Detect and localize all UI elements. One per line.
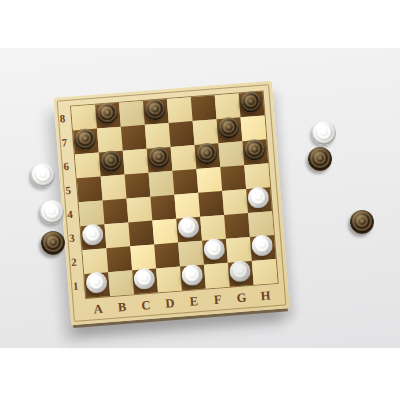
checker-dark[interactable] <box>217 116 240 139</box>
square-c5[interactable] <box>125 173 151 199</box>
square-h3[interactable] <box>248 211 274 237</box>
square-b6[interactable] <box>99 151 125 177</box>
square-a7[interactable] <box>73 129 99 155</box>
square-b1[interactable] <box>108 270 134 296</box>
rank-label-1: 1 <box>67 273 84 298</box>
tray-checker-white[interactable] <box>31 163 55 187</box>
square-f2[interactable] <box>202 239 228 265</box>
square-e3[interactable] <box>176 217 202 243</box>
file-label-b: B <box>109 295 135 319</box>
file-label-c: C <box>133 293 159 317</box>
tray-checker-white[interactable] <box>40 200 64 224</box>
checker-dark[interactable] <box>100 150 123 173</box>
tray-checker-white[interactable] <box>312 121 336 145</box>
rank-label-3: 3 <box>64 225 81 250</box>
rank-label-8: 8 <box>54 106 71 131</box>
square-a6[interactable] <box>75 153 101 179</box>
square-e5[interactable] <box>172 169 198 195</box>
product-photo: 87654321 ABCDEFGH <box>0 0 400 400</box>
file-label-h: H <box>253 284 279 308</box>
square-g8[interactable] <box>215 93 241 119</box>
square-f3[interactable] <box>200 215 226 241</box>
square-f7[interactable] <box>193 119 219 145</box>
square-f6[interactable] <box>195 143 221 169</box>
checker-dark[interactable] <box>74 128 97 151</box>
square-a2[interactable] <box>82 248 108 274</box>
square-f5[interactable] <box>196 167 222 193</box>
checker-dark[interactable] <box>148 146 171 169</box>
rank-label-4: 4 <box>62 201 79 226</box>
square-c1[interactable] <box>132 268 158 294</box>
square-h7[interactable] <box>240 115 266 141</box>
file-label-d: D <box>157 292 183 316</box>
square-d5[interactable] <box>149 171 175 197</box>
file-label-e: E <box>181 290 207 314</box>
rank-label-7: 7 <box>56 130 73 155</box>
square-b3[interactable] <box>104 222 130 248</box>
square-d4[interactable] <box>150 195 176 221</box>
checker-dark[interactable] <box>243 139 266 162</box>
square-d6[interactable] <box>147 147 173 173</box>
square-a8[interactable] <box>71 105 97 131</box>
square-d8[interactable] <box>143 99 169 125</box>
square-f4[interactable] <box>198 191 224 217</box>
square-b7[interactable] <box>97 127 123 153</box>
square-d3[interactable] <box>152 219 178 245</box>
square-g2[interactable] <box>226 237 252 263</box>
square-h2[interactable] <box>250 235 276 261</box>
square-c8[interactable] <box>119 101 145 127</box>
square-h8[interactable] <box>239 92 265 118</box>
checker-dark[interactable] <box>96 102 119 125</box>
square-b8[interactable] <box>95 103 121 129</box>
checker-white[interactable] <box>181 264 204 287</box>
square-b4[interactable] <box>103 199 129 225</box>
tray-checker-dark[interactable] <box>41 231 65 255</box>
square-e7[interactable] <box>169 121 195 147</box>
rank-label-5: 5 <box>60 178 77 203</box>
square-d2[interactable] <box>154 243 180 269</box>
checker-white[interactable] <box>247 186 270 209</box>
checker-white[interactable] <box>85 271 108 294</box>
file-label-f: F <box>205 288 231 312</box>
square-h1[interactable] <box>252 259 278 285</box>
square-a4[interactable] <box>79 200 105 226</box>
square-c6[interactable] <box>123 149 149 175</box>
square-h6[interactable] <box>242 139 268 165</box>
square-h5[interactable] <box>244 163 270 189</box>
tray-checker-dark[interactable] <box>350 210 374 234</box>
checker-dark[interactable] <box>144 98 167 121</box>
square-e8[interactable] <box>167 97 193 123</box>
square-e2[interactable] <box>178 241 204 267</box>
square-g3[interactable] <box>224 213 250 239</box>
square-a5[interactable] <box>77 176 103 202</box>
square-c7[interactable] <box>121 125 147 151</box>
square-e6[interactable] <box>171 145 197 171</box>
rank-label-6: 6 <box>58 154 75 179</box>
file-label-g: G <box>229 286 255 310</box>
rank-label-2: 2 <box>65 249 82 274</box>
square-e1[interactable] <box>180 265 206 291</box>
square-f8[interactable] <box>191 95 217 121</box>
board-grid <box>70 90 279 299</box>
tray-checker-dark[interactable] <box>308 147 332 171</box>
checker-white[interactable] <box>229 260 252 283</box>
square-e4[interactable] <box>174 193 200 219</box>
square-g4[interactable] <box>222 189 248 215</box>
square-d7[interactable] <box>145 123 171 149</box>
square-b5[interactable] <box>101 175 127 201</box>
square-d1[interactable] <box>156 267 182 293</box>
square-g7[interactable] <box>217 117 243 143</box>
checker-white[interactable] <box>81 223 104 246</box>
square-g6[interactable] <box>218 141 244 167</box>
square-c3[interactable] <box>128 221 154 247</box>
square-a1[interactable] <box>84 272 110 298</box>
file-label-a: A <box>85 297 111 321</box>
checkers-board: 87654321 ABCDEFGH <box>53 81 289 325</box>
square-g5[interactable] <box>220 165 246 191</box>
square-c4[interactable] <box>127 197 153 223</box>
checker-white[interactable] <box>203 238 226 261</box>
checker-white[interactable] <box>133 268 156 291</box>
checker-dark[interactable] <box>195 142 218 165</box>
square-g1[interactable] <box>228 261 254 287</box>
square-c2[interactable] <box>130 244 156 270</box>
square-a3[interactable] <box>81 224 107 250</box>
square-b2[interactable] <box>106 246 132 272</box>
square-h4[interactable] <box>246 187 272 213</box>
checker-white[interactable] <box>177 216 200 239</box>
checker-dark[interactable] <box>240 91 263 114</box>
square-f1[interactable] <box>204 263 230 289</box>
checker-white[interactable] <box>251 234 274 257</box>
